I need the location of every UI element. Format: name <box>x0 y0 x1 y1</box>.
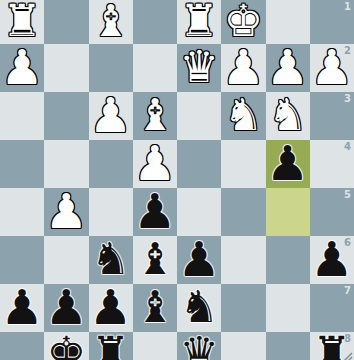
black-knight[interactable]: ♞ <box>179 285 218 329</box>
black-pawn[interactable]: ♟ <box>89 283 132 331</box>
square-f4[interactable] <box>89 140 133 188</box>
square-h8[interactable]: h <box>0 332 44 360</box>
square-b3[interactable]: ♞ <box>266 92 310 140</box>
black-pawn[interactable]: ♟ <box>266 139 309 187</box>
square-c8[interactable]: c <box>221 332 265 360</box>
white-bishop[interactable]: ♝ <box>135 93 174 137</box>
square-e1[interactable] <box>133 0 177 44</box>
white-pawn[interactable]: ♟ <box>266 43 309 91</box>
square-g7[interactable]: ♟ <box>44 284 88 332</box>
black-pawn[interactable]: ♟ <box>178 235 221 283</box>
square-f1[interactable]: ♝ <box>89 0 133 44</box>
square-h4[interactable] <box>0 140 44 188</box>
white-king[interactable]: ♚ <box>224 0 263 43</box>
square-e5[interactable]: ♟ <box>133 188 177 236</box>
square-f5[interactable] <box>89 188 133 236</box>
black-knight[interactable]: ♞ <box>91 237 130 281</box>
square-e7[interactable]: ♝ <box>133 284 177 332</box>
square-e4[interactable]: ♟ <box>133 140 177 188</box>
square-g2[interactable] <box>44 44 88 92</box>
square-b6[interactable] <box>266 236 310 284</box>
white-rook[interactable]: ♜ <box>2 0 41 43</box>
rank-label-4: 4 <box>344 142 351 152</box>
square-g4[interactable] <box>44 140 88 188</box>
square-d1[interactable]: ♜ <box>177 0 221 44</box>
white-queen[interactable]: ♛ <box>179 45 218 89</box>
square-a4[interactable]: 4 <box>310 140 354 188</box>
white-bishop[interactable]: ♝ <box>91 0 130 43</box>
square-c7[interactable] <box>221 284 265 332</box>
chess-board: ♜♝♜♚1♟♛♟♟2♟♟♝♞♞3♟♟4♟♟5♞♝♟6♟♟♟♟♝♞7hg♚f♜ed… <box>0 0 354 360</box>
white-knight[interactable]: ♞ <box>224 93 263 137</box>
square-b4[interactable]: ♟ <box>266 140 310 188</box>
square-g5[interactable]: ♟ <box>44 188 88 236</box>
square-h7[interactable]: ♟ <box>0 284 44 332</box>
square-e8[interactable]: e <box>133 332 177 360</box>
square-c3[interactable]: ♞ <box>221 92 265 140</box>
white-rook[interactable]: ♜ <box>179 0 218 43</box>
black-bishop[interactable]: ♝ <box>135 285 174 329</box>
square-h1[interactable]: ♜ <box>0 0 44 44</box>
square-a5[interactable]: 5 <box>310 188 354 236</box>
square-a7[interactable]: 7 <box>310 284 354 332</box>
square-b8[interactable]: b <box>266 332 310 360</box>
white-pawn[interactable]: ♟ <box>1 43 44 91</box>
square-e2[interactable] <box>133 44 177 92</box>
square-f8[interactable]: f♜ <box>89 332 133 360</box>
square-b2[interactable]: ♟ <box>266 44 310 92</box>
square-f7[interactable]: ♟ <box>89 284 133 332</box>
black-pawn[interactable]: ♟ <box>310 235 353 283</box>
white-knight[interactable]: ♞ <box>268 93 307 137</box>
square-g6[interactable] <box>44 236 88 284</box>
square-d6[interactable]: ♟ <box>177 236 221 284</box>
square-b7[interactable] <box>266 284 310 332</box>
square-d8[interactable]: d♛ <box>177 332 221 360</box>
white-pawn[interactable]: ♟ <box>89 91 132 139</box>
black-rook[interactable]: ♜ <box>91 331 130 360</box>
square-f6[interactable]: ♞ <box>89 236 133 284</box>
square-c4[interactable] <box>221 140 265 188</box>
square-c6[interactable] <box>221 236 265 284</box>
rank-label-3: 3 <box>344 94 351 104</box>
square-h2[interactable]: ♟ <box>0 44 44 92</box>
square-f2[interactable] <box>89 44 133 92</box>
square-d4[interactable] <box>177 140 221 188</box>
black-bishop[interactable]: ♝ <box>135 237 174 281</box>
white-pawn[interactable]: ♟ <box>45 187 88 235</box>
white-pawn[interactable]: ♟ <box>310 43 353 91</box>
rank-label-5: 5 <box>344 190 351 200</box>
square-h3[interactable] <box>0 92 44 140</box>
square-e3[interactable]: ♝ <box>133 92 177 140</box>
square-d3[interactable] <box>177 92 221 140</box>
square-f3[interactable]: ♟ <box>89 92 133 140</box>
square-b5[interactable] <box>266 188 310 236</box>
square-d5[interactable] <box>177 188 221 236</box>
square-b1[interactable] <box>266 0 310 44</box>
white-pawn[interactable]: ♟ <box>133 139 176 187</box>
rank-label-1: 1 <box>344 2 351 12</box>
square-a3[interactable]: 3 <box>310 92 354 140</box>
black-pawn[interactable]: ♟ <box>45 283 88 331</box>
black-queen[interactable]: ♛ <box>179 331 218 360</box>
black-pawn[interactable]: ♟ <box>1 283 44 331</box>
square-d7[interactable]: ♞ <box>177 284 221 332</box>
black-king[interactable]: ♚ <box>47 331 86 360</box>
resize-handle-icon[interactable] <box>341 347 353 359</box>
square-c1[interactable]: ♚ <box>221 0 265 44</box>
square-g3[interactable] <box>44 92 88 140</box>
square-a6[interactable]: 6♟ <box>310 236 354 284</box>
square-e6[interactable]: ♝ <box>133 236 177 284</box>
square-g1[interactable] <box>44 0 88 44</box>
black-pawn[interactable]: ♟ <box>133 187 176 235</box>
rank-label-7: 7 <box>344 286 351 296</box>
square-h5[interactable] <box>0 188 44 236</box>
square-h6[interactable] <box>0 236 44 284</box>
white-pawn[interactable]: ♟ <box>222 43 265 91</box>
square-a2[interactable]: 2♟ <box>310 44 354 92</box>
square-a1[interactable]: 1 <box>310 0 354 44</box>
square-g8[interactable]: g♚ <box>44 332 88 360</box>
square-c5[interactable] <box>221 188 265 236</box>
square-d2[interactable]: ♛ <box>177 44 221 92</box>
square-c2[interactable]: ♟ <box>221 44 265 92</box>
